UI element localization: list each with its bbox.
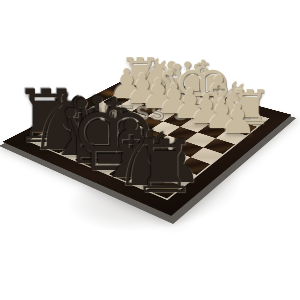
piece-black-rook: ♜ [132,131,197,204]
piece-white-pawn: ♟ [219,98,256,139]
marble-chess-set-photo: THE CHESS STORE ♜♞♝♛♚♝♞♜♟♟♟♟♟♟♟♟♟♟♟♟♟♟♟♟… [0,0,300,300]
pieces-layer: ♜♞♝♛♚♝♞♜♟♟♟♟♟♟♟♟♟♟♟♟♟♟♟♟♜♞♝♛♚♝♞♜ [0,0,300,300]
